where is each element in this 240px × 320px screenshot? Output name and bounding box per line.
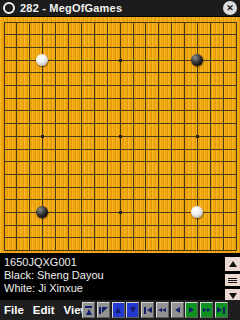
grid-line-horizontal bbox=[4, 187, 237, 188]
prev-move-button[interactable] bbox=[171, 302, 184, 318]
variation-up-button[interactable] bbox=[112, 302, 125, 318]
triangle-up-icon bbox=[115, 307, 121, 313]
white-stone-Q4 bbox=[191, 206, 203, 218]
nav-up-branch-button[interactable] bbox=[97, 302, 110, 318]
title-bar: 282 - MegOfGames ✕ bbox=[0, 0, 240, 17]
info-scrollbar[interactable] bbox=[224, 256, 240, 304]
grid-line-vertical bbox=[171, 22, 172, 252]
menu-items: File Edit View bbox=[4, 300, 90, 320]
triangle-right-icon bbox=[189, 307, 194, 313]
app-stone-icon bbox=[3, 2, 15, 14]
next-move-button[interactable] bbox=[185, 302, 198, 318]
star-point bbox=[119, 211, 122, 214]
window-title: 282 - MegOfGames bbox=[20, 2, 122, 14]
nav-to-top-button[interactable] bbox=[82, 302, 95, 318]
grid-line-vertical bbox=[145, 22, 146, 252]
menu-file[interactable]: File bbox=[4, 304, 24, 316]
close-icon: ✕ bbox=[226, 4, 234, 13]
double-triangle-right-icon bbox=[203, 308, 211, 312]
white-stone-D16 bbox=[36, 54, 48, 66]
scroll-down-icon bbox=[229, 293, 237, 299]
close-button[interactable]: ✕ bbox=[223, 1, 237, 15]
last-move-button[interactable] bbox=[215, 302, 228, 318]
bar-triangle-left-icon bbox=[143, 307, 152, 314]
grid-line-vertical bbox=[223, 22, 224, 252]
go-board[interactable] bbox=[0, 17, 240, 253]
star-point bbox=[119, 135, 122, 138]
triangle-up-overbar-icon bbox=[85, 306, 92, 315]
triangle-right-bar-icon bbox=[217, 307, 226, 314]
scroll-up-button[interactable] bbox=[225, 257, 240, 271]
grid-line-horizontal bbox=[4, 174, 237, 175]
grid-line-horizontal bbox=[4, 225, 237, 226]
grid-line-vertical bbox=[158, 22, 159, 252]
grid-line-horizontal bbox=[4, 250, 237, 251]
black-player-line: Black: Sheng Dayou bbox=[4, 269, 240, 282]
record-id: 1650JQXG001 bbox=[4, 256, 240, 269]
grid-line-vertical bbox=[210, 22, 211, 252]
double-triangle-left-icon bbox=[158, 308, 166, 312]
game-info-panel: 1650JQXG001 Black: Sheng Dayou White: Ji… bbox=[0, 253, 240, 300]
star-point bbox=[196, 135, 199, 138]
fast-forward-button[interactable] bbox=[200, 302, 213, 318]
grip-icon bbox=[228, 278, 237, 283]
menu-bar: File Edit View bbox=[0, 300, 240, 320]
scroll-thumb[interactable] bbox=[225, 274, 240, 286]
star-point bbox=[41, 135, 44, 138]
variation-down-button[interactable] bbox=[126, 302, 139, 318]
white-player-line: White: Ji Xinxue bbox=[4, 282, 240, 295]
grid-line-horizontal bbox=[4, 237, 237, 238]
triangle-upleft-bar-icon bbox=[98, 307, 108, 314]
nav-toolbar bbox=[82, 302, 228, 318]
triangle-down-icon bbox=[130, 307, 136, 313]
triangle-left-icon bbox=[175, 307, 180, 313]
grid-line-vertical bbox=[184, 22, 185, 252]
grid-line-horizontal bbox=[4, 199, 237, 200]
grid-line-vertical bbox=[133, 22, 134, 252]
grid-line-horizontal bbox=[4, 161, 237, 162]
black-stone-D4 bbox=[36, 206, 48, 218]
black-stone-Q16 bbox=[191, 54, 203, 66]
star-point bbox=[119, 59, 122, 62]
first-move-button[interactable] bbox=[141, 302, 154, 318]
grid-line-horizontal bbox=[4, 149, 237, 150]
scroll-up-icon bbox=[229, 261, 237, 267]
menu-edit[interactable]: Edit bbox=[33, 304, 55, 316]
fast-rewind-button[interactable] bbox=[156, 302, 169, 318]
app-window: 282 - MegOfGames ✕ 1650JQXG001 Black: Sh… bbox=[0, 0, 240, 320]
grid-line-vertical bbox=[236, 22, 237, 252]
